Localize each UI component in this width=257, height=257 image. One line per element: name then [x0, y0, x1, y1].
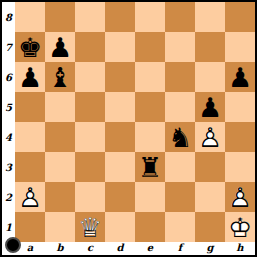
square-f7[interactable]	[165, 32, 195, 62]
square-a3[interactable]	[15, 152, 45, 182]
square-h5[interactable]	[225, 92, 255, 122]
white-piece-outline: ♙	[15, 182, 45, 212]
piece-black-rook-e3[interactable]: ♜	[135, 152, 165, 182]
square-e6[interactable]	[135, 62, 165, 92]
square-d8[interactable]	[105, 2, 135, 32]
square-d4[interactable]	[105, 122, 135, 152]
black-piece-glyph: ♜	[135, 152, 165, 182]
square-a6[interactable]: ♟	[15, 62, 45, 92]
square-g4[interactable]: ♟♙	[195, 122, 225, 152]
square-f8[interactable]	[165, 2, 195, 32]
square-e2[interactable]	[135, 182, 165, 212]
square-e8[interactable]	[135, 2, 165, 32]
square-g1[interactable]	[195, 212, 225, 242]
square-h6[interactable]: ♟	[225, 62, 255, 92]
file-label-c: c	[75, 242, 105, 255]
square-b8[interactable]	[45, 2, 75, 32]
piece-black-pawn-b7[interactable]: ♟	[45, 32, 75, 62]
square-e3[interactable]: ♜	[135, 152, 165, 182]
square-b6[interactable]: ♝	[45, 62, 75, 92]
piece-black-pawn-h6[interactable]: ♟	[225, 62, 255, 92]
piece-black-king-a7[interactable]: ♚	[15, 32, 45, 62]
white-piece-outline: ♔	[225, 212, 255, 242]
white-piece-outline: ♙	[195, 122, 225, 152]
rank-label-5: 5	[2, 92, 15, 122]
square-c8[interactable]	[75, 2, 105, 32]
square-a5[interactable]	[15, 92, 45, 122]
square-a7[interactable]: ♚	[15, 32, 45, 62]
square-a2[interactable]: ♟♙	[15, 182, 45, 212]
square-a1[interactable]	[15, 212, 45, 242]
file-label-f: f	[165, 242, 195, 255]
square-f5[interactable]	[165, 92, 195, 122]
rank-label-8: 8	[2, 2, 15, 32]
square-d3[interactable]	[105, 152, 135, 182]
piece-white-queen-c1[interactable]: ♛♕	[75, 212, 105, 242]
square-b5[interactable]	[45, 92, 75, 122]
rank-label-7: 7	[2, 32, 15, 62]
file-label-g: g	[195, 242, 225, 255]
square-f2[interactable]	[165, 182, 195, 212]
square-f6[interactable]	[165, 62, 195, 92]
square-g2[interactable]	[195, 182, 225, 212]
square-h3[interactable]	[225, 152, 255, 182]
black-piece-glyph: ♟	[195, 92, 225, 122]
rank-label-4: 4	[2, 122, 15, 152]
square-g6[interactable]	[195, 62, 225, 92]
black-piece-glyph: ♞	[165, 122, 195, 152]
square-c7[interactable]	[75, 32, 105, 62]
piece-white-pawn-h2[interactable]: ♟♙	[225, 182, 255, 212]
white-piece-outline: ♙	[225, 182, 255, 212]
square-d5[interactable]	[105, 92, 135, 122]
square-h2[interactable]: ♟♙	[225, 182, 255, 212]
rank-label-3: 3	[2, 152, 15, 182]
square-g7[interactable]	[195, 32, 225, 62]
square-c1[interactable]: ♛♕	[75, 212, 105, 242]
square-f4[interactable]: ♞	[165, 122, 195, 152]
square-d1[interactable]	[105, 212, 135, 242]
square-f1[interactable]	[165, 212, 195, 242]
black-piece-glyph: ♟	[45, 32, 75, 62]
square-e5[interactable]	[135, 92, 165, 122]
square-d6[interactable]	[105, 62, 135, 92]
file-label-h: h	[225, 242, 255, 255]
rank-label-6: 6	[2, 62, 15, 92]
square-d7[interactable]	[105, 32, 135, 62]
square-f3[interactable]	[165, 152, 195, 182]
square-h8[interactable]	[225, 2, 255, 32]
piece-black-pawn-g5[interactable]: ♟	[195, 92, 225, 122]
piece-black-pawn-a6[interactable]: ♟	[15, 62, 45, 92]
piece-white-king-h1[interactable]: ♚♔	[225, 212, 255, 242]
chess-diagram: 87♚♟6♟♝♟5♟4♞♟♙3♜2♟♙♟♙1♛♕♚♔abcdefgh	[0, 0, 257, 257]
square-c6[interactable]	[75, 62, 105, 92]
square-a4[interactable]	[15, 122, 45, 152]
square-h4[interactable]	[225, 122, 255, 152]
black-piece-glyph: ♚	[15, 32, 45, 62]
piece-black-knight-f4[interactable]: ♞	[165, 122, 195, 152]
rank-label-2: 2	[2, 182, 15, 212]
square-b1[interactable]	[45, 212, 75, 242]
piece-white-pawn-a2[interactable]: ♟♙	[15, 182, 45, 212]
square-e1[interactable]	[135, 212, 165, 242]
square-b7[interactable]: ♟	[45, 32, 75, 62]
square-b4[interactable]	[45, 122, 75, 152]
square-h1[interactable]: ♚♔	[225, 212, 255, 242]
file-label-b: b	[45, 242, 75, 255]
white-piece-outline: ♕	[75, 212, 105, 242]
square-c4[interactable]	[75, 122, 105, 152]
piece-black-bishop-b6[interactable]: ♝	[45, 62, 75, 92]
square-e7[interactable]	[135, 32, 165, 62]
square-b3[interactable]	[45, 152, 75, 182]
file-label-e: e	[135, 242, 165, 255]
black-piece-glyph: ♟	[225, 62, 255, 92]
chessboard: 87♚♟6♟♝♟5♟4♞♟♙3♜2♟♙♟♙1♛♕♚♔abcdefgh	[2, 2, 255, 255]
side-to-move-indicator-black	[5, 237, 21, 253]
square-e4[interactable]	[135, 122, 165, 152]
square-g5[interactable]: ♟	[195, 92, 225, 122]
black-piece-glyph: ♝	[45, 62, 75, 92]
square-c2[interactable]	[75, 182, 105, 212]
square-c5[interactable]	[75, 92, 105, 122]
piece-white-pawn-g4[interactable]: ♟♙	[195, 122, 225, 152]
square-b2[interactable]	[45, 182, 75, 212]
square-a8[interactable]	[15, 2, 45, 32]
square-g8[interactable]	[195, 2, 225, 32]
square-h7[interactable]	[225, 32, 255, 62]
square-c3[interactable]	[75, 152, 105, 182]
black-piece-glyph: ♟	[15, 62, 45, 92]
square-g3[interactable]	[195, 152, 225, 182]
square-d2[interactable]	[105, 182, 135, 212]
file-label-d: d	[105, 242, 135, 255]
